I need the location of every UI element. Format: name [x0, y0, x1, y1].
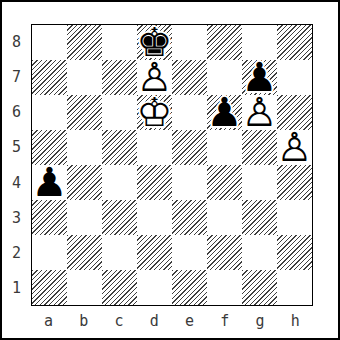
square-g8[interactable]: [242, 25, 277, 60]
rank-label-7: 7: [2, 59, 31, 94]
file-label-h: h: [278, 307, 313, 335]
square-g4[interactable]: [242, 165, 277, 200]
square-d2[interactable]: [137, 235, 172, 270]
square-d5[interactable]: [137, 130, 172, 165]
square-e6[interactable]: [172, 95, 207, 130]
square-e2[interactable]: [172, 235, 207, 270]
square-b3[interactable]: [67, 200, 102, 235]
white-pawn-g6[interactable]: ♟♟♙: [242, 95, 277, 130]
square-d6[interactable]: ♚♚♔: [137, 95, 172, 130]
square-h1[interactable]: [277, 270, 312, 305]
white-king-d6[interactable]: ♚♚♔: [137, 95, 172, 130]
piece-glyph: ♟: [207, 95, 242, 130]
square-f5[interactable]: [207, 130, 242, 165]
square-b1[interactable]: [67, 270, 102, 305]
square-d3[interactable]: [137, 200, 172, 235]
square-a6[interactable]: [32, 95, 67, 130]
square-h3[interactable]: [277, 200, 312, 235]
square-e3[interactable]: [172, 200, 207, 235]
black-pawn-a4[interactable]: ♟♟: [32, 165, 67, 200]
piece-glyph: ♚: [137, 25, 172, 60]
file-label-f: f: [207, 307, 242, 335]
file-label-b: b: [66, 307, 101, 335]
rank-label-4: 4: [2, 165, 31, 200]
chess-diagram: 87654321 ♚♚♟♟♙♟♟♚♚♔♟♟♟♟♙♟♟♙♟♟ abcdefgh: [0, 0, 340, 340]
square-e7[interactable]: [172, 60, 207, 95]
square-d7[interactable]: ♟♟♙: [137, 60, 172, 95]
piece-glyph: ♟: [242, 95, 277, 130]
file-labels: abcdefgh: [31, 307, 313, 335]
square-a4[interactable]: ♟♟: [32, 165, 67, 200]
square-b7[interactable]: [67, 60, 102, 95]
piece-outline: ♙: [242, 95, 277, 130]
piece-halo: ♟: [242, 60, 277, 95]
square-a5[interactable]: [32, 130, 67, 165]
piece-glyph: ♟: [137, 60, 172, 95]
chess-board: ♚♚♟♟♙♟♟♚♚♔♟♟♟♟♙♟♟♙♟♟: [31, 24, 313, 306]
black-king-d8[interactable]: ♚♚: [137, 25, 172, 60]
rank-label-2: 2: [2, 236, 31, 271]
white-pawn-h5[interactable]: ♟♟♙: [277, 130, 312, 165]
square-f8[interactable]: [207, 25, 242, 60]
rank-label-6: 6: [2, 95, 31, 130]
square-g5[interactable]: [242, 130, 277, 165]
piece-outline: ♙: [137, 60, 172, 95]
square-g6[interactable]: ♟♟♙: [242, 95, 277, 130]
piece-glyph: ♟: [32, 165, 67, 200]
piece-halo: ♟: [207, 95, 242, 130]
square-a2[interactable]: [32, 235, 67, 270]
square-h2[interactable]: [277, 235, 312, 270]
file-label-g: g: [243, 307, 278, 335]
piece-outline: ♔: [137, 95, 172, 130]
square-b2[interactable]: [67, 235, 102, 270]
square-e8[interactable]: [172, 25, 207, 60]
piece-halo: ♚: [137, 25, 172, 60]
rank-label-1: 1: [2, 271, 31, 306]
square-e1[interactable]: [172, 270, 207, 305]
square-f2[interactable]: [207, 235, 242, 270]
piece-halo: ♟: [242, 95, 277, 130]
piece-halo: ♟: [32, 165, 67, 200]
square-d1[interactable]: [137, 270, 172, 305]
square-b8[interactable]: [67, 25, 102, 60]
file-label-d: d: [137, 307, 172, 335]
square-g1[interactable]: [242, 270, 277, 305]
file-label-e: e: [172, 307, 207, 335]
piece-outline: ♙: [277, 130, 312, 165]
square-c5[interactable]: [102, 130, 137, 165]
square-f7[interactable]: [207, 60, 242, 95]
piece-halo: ♟: [137, 60, 172, 95]
square-g7[interactable]: ♟♟: [242, 60, 277, 95]
square-h7[interactable]: [277, 60, 312, 95]
square-b6[interactable]: [67, 95, 102, 130]
rank-label-8: 8: [2, 24, 31, 59]
file-label-a: a: [31, 307, 66, 335]
square-b5[interactable]: [67, 130, 102, 165]
square-a7[interactable]: [32, 60, 67, 95]
black-pawn-f6[interactable]: ♟♟: [207, 95, 242, 130]
square-a1[interactable]: [32, 270, 67, 305]
square-g2[interactable]: [242, 235, 277, 270]
square-c8[interactable]: [102, 25, 137, 60]
square-c3[interactable]: [102, 200, 137, 235]
square-h6[interactable]: [277, 95, 312, 130]
square-c2[interactable]: [102, 235, 137, 270]
square-f6[interactable]: ♟♟: [207, 95, 242, 130]
square-d4[interactable]: [137, 165, 172, 200]
square-h5[interactable]: ♟♟♙: [277, 130, 312, 165]
square-b4[interactable]: [67, 165, 102, 200]
square-h4[interactable]: [277, 165, 312, 200]
square-c1[interactable]: [102, 270, 137, 305]
piece-halo: ♟: [277, 130, 312, 165]
rank-label-5: 5: [2, 130, 31, 165]
piece-glyph: ♟: [242, 60, 277, 95]
square-f1[interactable]: [207, 270, 242, 305]
piece-glyph: ♟: [277, 130, 312, 165]
square-d8[interactable]: ♚♚: [137, 25, 172, 60]
rank-labels: 87654321: [2, 24, 31, 306]
black-pawn-g7[interactable]: ♟♟: [242, 60, 277, 95]
square-a8[interactable]: [32, 25, 67, 60]
square-c7[interactable]: [102, 60, 137, 95]
square-h8[interactable]: [277, 25, 312, 60]
square-c6[interactable]: [102, 95, 137, 130]
file-label-c: c: [102, 307, 137, 335]
rank-label-3: 3: [2, 200, 31, 235]
square-e4[interactable]: [172, 165, 207, 200]
square-a3[interactable]: [32, 200, 67, 235]
square-e5[interactable]: [172, 130, 207, 165]
square-c4[interactable]: [102, 165, 137, 200]
piece-glyph: ♚: [137, 95, 172, 130]
piece-halo: ♚: [137, 95, 172, 130]
square-f4[interactable]: [207, 165, 242, 200]
white-pawn-d7[interactable]: ♟♟♙: [137, 60, 172, 95]
square-f3[interactable]: [207, 200, 242, 235]
square-g3[interactable]: [242, 200, 277, 235]
